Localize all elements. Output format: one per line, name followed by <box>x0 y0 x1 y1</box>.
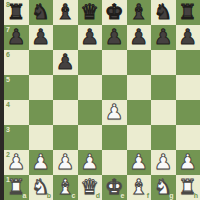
square-a3[interactable]: 3 <box>4 125 29 150</box>
square-d1[interactable]: d♛ <box>78 175 103 200</box>
square-d8[interactable]: ♛ <box>78 0 103 25</box>
rank-label-4: 4 <box>6 101 10 108</box>
square-b3[interactable] <box>29 125 54 150</box>
square-h2[interactable]: ♟ <box>176 150 201 175</box>
square-g8[interactable]: ♞ <box>151 0 176 25</box>
square-e8[interactable]: ♚ <box>102 0 127 25</box>
square-a1[interactable]: 1a♜ <box>4 175 29 200</box>
square-e4[interactable]: ♟ <box>102 100 127 125</box>
square-b2[interactable]: ♟ <box>29 150 54 175</box>
square-a5[interactable]: 5 <box>4 75 29 100</box>
square-g6[interactable] <box>151 50 176 75</box>
square-d4[interactable] <box>78 100 103 125</box>
square-h3[interactable] <box>176 125 201 150</box>
square-c3[interactable] <box>53 125 78 150</box>
file-label-a: a <box>23 192 27 199</box>
square-g3[interactable] <box>151 125 176 150</box>
square-d3[interactable] <box>78 125 103 150</box>
white-pawn[interactable]: ♟ <box>31 152 50 173</box>
square-h8[interactable]: ♜ <box>176 0 201 25</box>
square-c7[interactable] <box>53 25 78 50</box>
square-f4[interactable] <box>127 100 152 125</box>
white-pawn[interactable]: ♟ <box>178 152 197 173</box>
square-c4[interactable] <box>53 100 78 125</box>
black-pawn[interactable]: ♟ <box>31 27 50 48</box>
square-c1[interactable]: c♝ <box>53 175 78 200</box>
square-f7[interactable]: ♟ <box>127 25 152 50</box>
square-e2[interactable] <box>102 150 127 175</box>
black-king[interactable]: ♚ <box>105 2 124 23</box>
square-h7[interactable]: ♟ <box>176 25 201 50</box>
file-label-e: e <box>121 192 125 199</box>
square-f6[interactable] <box>127 50 152 75</box>
square-f3[interactable] <box>127 125 152 150</box>
square-a6[interactable]: 6 <box>4 50 29 75</box>
file-label-d: d <box>96 192 100 199</box>
square-c8[interactable]: ♝ <box>53 0 78 25</box>
rank-label-6: 6 <box>6 51 10 58</box>
square-a8[interactable]: 8♜ <box>4 0 29 25</box>
square-b6[interactable] <box>29 50 54 75</box>
square-g5[interactable] <box>151 75 176 100</box>
square-b7[interactable]: ♟ <box>29 25 54 50</box>
square-c5[interactable] <box>53 75 78 100</box>
square-c6[interactable]: ♟ <box>53 50 78 75</box>
file-label-g: g <box>169 192 173 199</box>
square-f1[interactable]: f♝ <box>127 175 152 200</box>
square-e6[interactable] <box>102 50 127 75</box>
square-f2[interactable]: ♟ <box>127 150 152 175</box>
square-e3[interactable] <box>102 125 127 150</box>
black-bishop[interactable]: ♝ <box>56 2 75 23</box>
black-queen[interactable]: ♛ <box>80 2 99 23</box>
rank-label-2: 2 <box>6 151 10 158</box>
black-pawn[interactable]: ♟ <box>80 27 99 48</box>
black-pawn[interactable]: ♟ <box>129 27 148 48</box>
square-h6[interactable] <box>176 50 201 75</box>
square-g4[interactable] <box>151 100 176 125</box>
square-h1[interactable]: h♜ <box>176 175 201 200</box>
square-h4[interactable] <box>176 100 201 125</box>
black-knight[interactable]: ♞ <box>31 2 50 23</box>
black-pawn[interactable]: ♟ <box>105 27 124 48</box>
white-pawn[interactable]: ♟ <box>129 152 148 173</box>
square-a4[interactable]: 4 <box>4 100 29 125</box>
file-label-h: h <box>194 192 198 199</box>
square-b1[interactable]: b♞ <box>29 175 54 200</box>
file-label-c: c <box>72 192 76 199</box>
rank-label-1: 1 <box>6 176 10 183</box>
square-g7[interactable]: ♟ <box>151 25 176 50</box>
black-pawn[interactable]: ♟ <box>56 52 75 73</box>
black-bishop[interactable]: ♝ <box>129 2 148 23</box>
square-e1[interactable]: e♚ <box>102 175 127 200</box>
white-pawn[interactable]: ♟ <box>56 152 75 173</box>
square-g2[interactable]: ♟ <box>151 150 176 175</box>
white-pawn[interactable]: ♟ <box>80 152 99 173</box>
square-f8[interactable]: ♝ <box>127 0 152 25</box>
file-label-b: b <box>47 192 51 199</box>
square-e7[interactable]: ♟ <box>102 25 127 50</box>
square-b5[interactable] <box>29 75 54 100</box>
square-c2[interactable]: ♟ <box>53 150 78 175</box>
chess-app-screen: 8♜♞♝♛♚♝♞♜7♟♟♟♟♟♟♟6♟54♟32♟♟♟♟♟♟♟1a♜b♞c♝d♛… <box>0 0 200 200</box>
square-h5[interactable] <box>176 75 201 100</box>
rank-label-3: 3 <box>6 126 10 133</box>
file-label-f: f <box>147 192 149 199</box>
white-pawn[interactable]: ♟ <box>154 152 173 173</box>
square-d6[interactable] <box>78 50 103 75</box>
white-pawn[interactable]: ♟ <box>105 102 124 123</box>
square-b8[interactable]: ♞ <box>29 0 54 25</box>
square-d5[interactable] <box>78 75 103 100</box>
rank-label-5: 5 <box>6 76 10 83</box>
square-d7[interactable]: ♟ <box>78 25 103 50</box>
square-a2[interactable]: 2♟ <box>4 150 29 175</box>
square-d2[interactable]: ♟ <box>78 150 103 175</box>
square-g1[interactable]: g♞ <box>151 175 176 200</box>
white-bishop[interactable]: ♝ <box>129 177 148 198</box>
rank-label-8: 8 <box>6 1 10 8</box>
square-e5[interactable] <box>102 75 127 100</box>
black-pawn[interactable]: ♟ <box>154 27 173 48</box>
black-rook[interactable]: ♜ <box>178 2 197 23</box>
square-f5[interactable] <box>127 75 152 100</box>
square-b4[interactable] <box>29 100 54 125</box>
black-knight[interactable]: ♞ <box>154 2 173 23</box>
rank-label-7: 7 <box>6 26 10 33</box>
square-a7[interactable]: 7♟ <box>4 25 29 50</box>
chess-board: 8♜♞♝♛♚♝♞♜7♟♟♟♟♟♟♟6♟54♟32♟♟♟♟♟♟♟1a♜b♞c♝d♛… <box>4 0 200 200</box>
black-pawn[interactable]: ♟ <box>178 27 197 48</box>
